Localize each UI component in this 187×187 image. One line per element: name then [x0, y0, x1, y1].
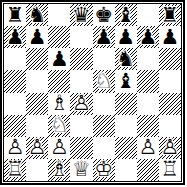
square-b2[interactable]: ♟♙ [26, 137, 48, 159]
white-pawn-outline-icon: ♙ [48, 137, 70, 159]
white-pawn-outline-icon: ♙ [70, 93, 92, 115]
square-g8[interactable] [137, 4, 159, 26]
square-b8[interactable]: ♞ [26, 4, 48, 26]
black-rook-piece: ♜ [159, 4, 181, 26]
square-d6[interactable] [70, 48, 92, 70]
black-pawn-icon: ♟ [137, 26, 159, 48]
white-pawn-outline-icon: ♙ [4, 137, 26, 159]
square-d4[interactable]: ♟♙ [70, 93, 92, 115]
square-c3[interactable]: ♞♘ [48, 115, 70, 137]
square-c6[interactable]: ♟ [48, 48, 70, 70]
board-frame: ♜♞♛♚♝♜♟♟♟♟♟♟♟♞♞♘♝♝♗♟♙♞♘♟♙♟♙♟♙♟♙♟♙♜♖♝♗♛♕♚… [0, 0, 185, 185]
white-king-piece: ♚♔ [93, 159, 115, 181]
square-e1[interactable]: ♚♔ [93, 159, 115, 181]
square-a5[interactable] [4, 70, 26, 92]
square-h7[interactable]: ♟ [159, 26, 181, 48]
square-e8[interactable]: ♚ [93, 4, 115, 26]
white-rook-piece: ♜♖ [4, 159, 26, 181]
black-knight-icon: ♞ [26, 4, 48, 26]
white-queen-outline-icon: ♕ [70, 159, 92, 181]
black-pawn-icon: ♟ [48, 48, 70, 70]
white-queen-piece: ♛♕ [70, 159, 92, 181]
square-b1[interactable] [26, 159, 48, 181]
square-d2[interactable] [70, 137, 92, 159]
square-f4[interactable] [115, 93, 137, 115]
white-pawn-piece: ♟♙ [4, 137, 26, 159]
white-pawn-piece: ♟♙ [70, 93, 92, 115]
black-pawn-icon: ♟ [4, 26, 26, 48]
square-g2[interactable]: ♟♙ [137, 137, 159, 159]
white-bishop-piece: ♝♗ [48, 93, 70, 115]
square-d8[interactable]: ♛ [70, 4, 92, 26]
square-g6[interactable] [137, 48, 159, 70]
square-c2[interactable]: ♟♙ [48, 137, 70, 159]
square-a2[interactable]: ♟♙ [4, 137, 26, 159]
square-b6[interactable] [26, 48, 48, 70]
white-bishop-outline-icon: ♗ [48, 159, 70, 181]
square-d3[interactable] [70, 115, 92, 137]
black-pawn-piece: ♟ [26, 26, 48, 48]
square-c7[interactable] [48, 26, 70, 48]
square-c8[interactable] [48, 4, 70, 26]
white-rook-outline-icon: ♖ [159, 159, 181, 181]
square-e3[interactable] [93, 115, 115, 137]
square-g1[interactable] [137, 159, 159, 181]
square-a3[interactable] [4, 115, 26, 137]
black-pawn-piece: ♟ [48, 48, 70, 70]
black-rook-icon: ♜ [159, 4, 181, 26]
black-knight-icon: ♞ [115, 48, 137, 70]
black-pawn-icon: ♟ [26, 26, 48, 48]
white-rook-outline-icon: ♖ [4, 159, 26, 181]
white-knight-piece: ♞♘ [93, 70, 115, 92]
square-g5[interactable] [137, 70, 159, 92]
square-b4[interactable] [26, 93, 48, 115]
white-knight-outline-icon: ♘ [93, 70, 115, 92]
square-c4[interactable]: ♝♗ [48, 93, 70, 115]
square-e5[interactable]: ♞♘ [93, 70, 115, 92]
white-bishop-piece: ♝♗ [48, 159, 70, 181]
square-f7[interactable]: ♟ [115, 26, 137, 48]
black-pawn-piece: ♟ [115, 26, 137, 48]
black-bishop-icon: ♝ [115, 4, 137, 26]
black-queen-icon: ♛ [70, 4, 92, 26]
white-bishop-outline-icon: ♗ [48, 93, 70, 115]
black-pawn-piece: ♟ [93, 26, 115, 48]
square-b5[interactable] [26, 70, 48, 92]
square-f2[interactable] [115, 137, 137, 159]
square-b3[interactable] [26, 115, 48, 137]
square-f8[interactable]: ♝ [115, 4, 137, 26]
white-pawn-outline-icon: ♙ [137, 137, 159, 159]
square-a8[interactable]: ♜ [4, 4, 26, 26]
white-king-outline-icon: ♔ [93, 159, 115, 181]
square-h2[interactable]: ♟♙ [159, 137, 181, 159]
black-pawn-icon: ♟ [115, 26, 137, 48]
square-f1[interactable] [115, 159, 137, 181]
square-d5[interactable] [70, 70, 92, 92]
square-a4[interactable] [4, 93, 26, 115]
square-b7[interactable]: ♟ [26, 26, 48, 48]
black-knight-piece: ♞ [115, 48, 137, 70]
square-h4[interactable] [159, 93, 181, 115]
white-knight-piece: ♞♘ [48, 115, 70, 137]
black-queen-piece: ♛ [70, 4, 92, 26]
white-pawn-outline-icon: ♙ [159, 137, 181, 159]
square-f6[interactable]: ♞ [115, 48, 137, 70]
square-e2[interactable] [93, 137, 115, 159]
square-f5[interactable]: ♝ [115, 70, 137, 92]
black-king-piece: ♚ [93, 4, 115, 26]
square-d1[interactable]: ♛♕ [70, 159, 92, 181]
white-knight-outline-icon: ♘ [48, 115, 70, 137]
black-knight-piece: ♞ [26, 4, 48, 26]
white-pawn-piece: ♟♙ [137, 137, 159, 159]
black-pawn-piece: ♟ [4, 26, 26, 48]
white-pawn-piece: ♟♙ [48, 137, 70, 159]
chess-board: ♜♞♛♚♝♜♟♟♟♟♟♟♟♞♞♘♝♝♗♟♙♞♘♟♙♟♙♟♙♟♙♟♙♜♖♝♗♛♕♚… [3, 3, 182, 182]
square-h1[interactable]: ♜♖ [159, 159, 181, 181]
square-a7[interactable]: ♟ [4, 26, 26, 48]
square-c1[interactable]: ♝♗ [48, 159, 70, 181]
square-h6[interactable] [159, 48, 181, 70]
black-bishop-piece: ♝ [115, 4, 137, 26]
square-a1[interactable]: ♜♖ [4, 159, 26, 181]
black-king-icon: ♚ [93, 4, 115, 26]
white-pawn-piece: ♟♙ [159, 137, 181, 159]
square-g7[interactable]: ♟ [137, 26, 159, 48]
black-pawn-icon: ♟ [159, 26, 181, 48]
square-g4[interactable] [137, 93, 159, 115]
square-a6[interactable] [4, 48, 26, 70]
square-h5[interactable] [159, 70, 181, 92]
square-h3[interactable] [159, 115, 181, 137]
square-e7[interactable]: ♟ [93, 26, 115, 48]
square-d7[interactable] [70, 26, 92, 48]
black-rook-icon: ♜ [4, 4, 26, 26]
white-pawn-piece: ♟♙ [26, 137, 48, 159]
white-rook-piece: ♜♖ [159, 159, 181, 181]
white-pawn-outline-icon: ♙ [26, 137, 48, 159]
square-h8[interactable]: ♜ [159, 4, 181, 26]
square-e6[interactable] [93, 48, 115, 70]
square-f3[interactable] [115, 115, 137, 137]
square-c5[interactable] [48, 70, 70, 92]
square-g3[interactable] [137, 115, 159, 137]
black-bishop-icon: ♝ [115, 70, 137, 92]
black-rook-piece: ♜ [4, 4, 26, 26]
square-e4[interactable] [93, 93, 115, 115]
black-pawn-piece: ♟ [137, 26, 159, 48]
black-pawn-piece: ♟ [159, 26, 181, 48]
black-pawn-icon: ♟ [93, 26, 115, 48]
black-bishop-piece: ♝ [115, 70, 137, 92]
